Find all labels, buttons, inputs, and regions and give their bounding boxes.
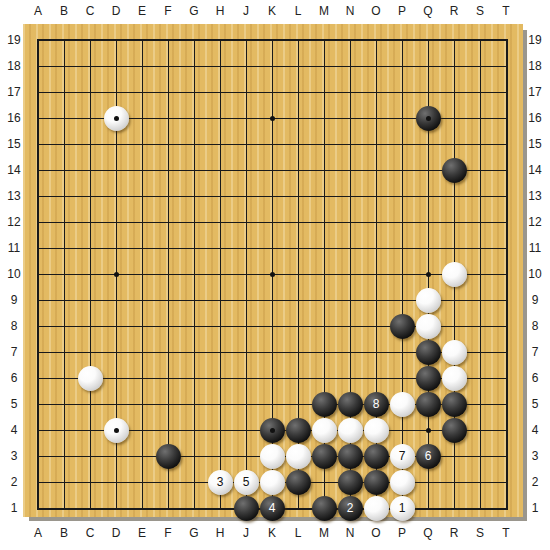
point-T17[interactable] [493, 79, 519, 105]
point-Q16[interactable] [415, 105, 441, 131]
point-N7[interactable] [337, 339, 363, 365]
point-G1[interactable] [181, 495, 207, 521]
point-T14[interactable] [493, 157, 519, 183]
point-Q1[interactable] [415, 495, 441, 521]
point-D19[interactable] [103, 27, 129, 53]
point-F4[interactable] [155, 417, 181, 443]
point-E12[interactable] [129, 209, 155, 235]
point-A15[interactable] [25, 131, 51, 157]
point-B16[interactable] [51, 105, 77, 131]
point-O11[interactable] [363, 235, 389, 261]
point-N10[interactable] [337, 261, 363, 287]
point-A11[interactable] [25, 235, 51, 261]
point-T12[interactable] [493, 209, 519, 235]
point-D7[interactable] [103, 339, 129, 365]
point-G2[interactable] [181, 469, 207, 495]
point-F14[interactable] [155, 157, 181, 183]
point-Q9[interactable] [415, 287, 441, 313]
point-O17[interactable] [363, 79, 389, 105]
point-H16[interactable] [207, 105, 233, 131]
point-G11[interactable] [181, 235, 207, 261]
point-B5[interactable] [51, 391, 77, 417]
point-D18[interactable] [103, 53, 129, 79]
point-M8[interactable] [311, 313, 337, 339]
point-H17[interactable] [207, 79, 233, 105]
point-E4[interactable] [129, 417, 155, 443]
point-R4[interactable] [441, 417, 467, 443]
point-T6[interactable] [493, 365, 519, 391]
point-Q13[interactable] [415, 183, 441, 209]
point-B13[interactable] [51, 183, 77, 209]
point-Q11[interactable] [415, 235, 441, 261]
point-E19[interactable] [129, 27, 155, 53]
point-R10[interactable] [441, 261, 467, 287]
point-P5[interactable] [389, 391, 415, 417]
point-A5[interactable] [25, 391, 51, 417]
point-F6[interactable] [155, 365, 181, 391]
point-H7[interactable] [207, 339, 233, 365]
point-T16[interactable] [493, 105, 519, 131]
point-O3[interactable] [363, 443, 389, 469]
point-B12[interactable] [51, 209, 77, 235]
point-O10[interactable] [363, 261, 389, 287]
point-M15[interactable] [311, 131, 337, 157]
point-B9[interactable] [51, 287, 77, 313]
point-A10[interactable] [25, 261, 51, 287]
point-D1[interactable] [103, 495, 129, 521]
point-J1[interactable] [233, 495, 259, 521]
point-N17[interactable] [337, 79, 363, 105]
point-C6[interactable] [77, 365, 103, 391]
point-L2[interactable] [285, 469, 311, 495]
point-K15[interactable] [259, 131, 285, 157]
point-L3[interactable] [285, 443, 311, 469]
point-K2[interactable] [259, 469, 285, 495]
point-K5[interactable] [259, 391, 285, 417]
point-F16[interactable] [155, 105, 181, 131]
point-L4[interactable] [285, 417, 311, 443]
point-P12[interactable] [389, 209, 415, 235]
point-L16[interactable] [285, 105, 311, 131]
point-F3[interactable] [155, 443, 181, 469]
point-G5[interactable] [181, 391, 207, 417]
point-S17[interactable] [467, 79, 493, 105]
point-R19[interactable] [441, 27, 467, 53]
point-N13[interactable] [337, 183, 363, 209]
point-S5[interactable] [467, 391, 493, 417]
point-F11[interactable] [155, 235, 181, 261]
point-O7[interactable] [363, 339, 389, 365]
point-T15[interactable] [493, 131, 519, 157]
point-J3[interactable] [233, 443, 259, 469]
point-T5[interactable] [493, 391, 519, 417]
point-B4[interactable] [51, 417, 77, 443]
point-P15[interactable] [389, 131, 415, 157]
point-E2[interactable] [129, 469, 155, 495]
point-H1[interactable] [207, 495, 233, 521]
point-R18[interactable] [441, 53, 467, 79]
point-F15[interactable] [155, 131, 181, 157]
point-O18[interactable] [363, 53, 389, 79]
point-F19[interactable] [155, 27, 181, 53]
point-Q12[interactable] [415, 209, 441, 235]
point-M11[interactable] [311, 235, 337, 261]
point-K9[interactable] [259, 287, 285, 313]
point-D11[interactable] [103, 235, 129, 261]
point-H4[interactable] [207, 417, 233, 443]
point-A16[interactable] [25, 105, 51, 131]
point-Q19[interactable] [415, 27, 441, 53]
point-D3[interactable] [103, 443, 129, 469]
point-T11[interactable] [493, 235, 519, 261]
point-D2[interactable] [103, 469, 129, 495]
point-Q17[interactable] [415, 79, 441, 105]
point-T7[interactable] [493, 339, 519, 365]
point-J11[interactable] [233, 235, 259, 261]
point-K7[interactable] [259, 339, 285, 365]
point-J9[interactable] [233, 287, 259, 313]
point-K17[interactable] [259, 79, 285, 105]
point-P19[interactable] [389, 27, 415, 53]
point-P1[interactable]: 1 [389, 495, 415, 521]
point-T3[interactable] [493, 443, 519, 469]
point-H13[interactable] [207, 183, 233, 209]
point-L17[interactable] [285, 79, 311, 105]
point-G16[interactable] [181, 105, 207, 131]
point-L11[interactable] [285, 235, 311, 261]
point-C12[interactable] [77, 209, 103, 235]
point-T9[interactable] [493, 287, 519, 313]
point-A13[interactable] [25, 183, 51, 209]
point-E3[interactable] [129, 443, 155, 469]
point-R11[interactable] [441, 235, 467, 261]
point-J14[interactable] [233, 157, 259, 183]
point-Q7[interactable] [415, 339, 441, 365]
point-O9[interactable] [363, 287, 389, 313]
point-P18[interactable] [389, 53, 415, 79]
point-G7[interactable] [181, 339, 207, 365]
point-B3[interactable] [51, 443, 77, 469]
point-P4[interactable] [389, 417, 415, 443]
point-N9[interactable] [337, 287, 363, 313]
point-F5[interactable] [155, 391, 181, 417]
point-S6[interactable] [467, 365, 493, 391]
point-L1[interactable] [285, 495, 311, 521]
point-O8[interactable] [363, 313, 389, 339]
point-G9[interactable] [181, 287, 207, 313]
point-S14[interactable] [467, 157, 493, 183]
point-A3[interactable] [25, 443, 51, 469]
point-T13[interactable] [493, 183, 519, 209]
point-H18[interactable] [207, 53, 233, 79]
point-G17[interactable] [181, 79, 207, 105]
point-R13[interactable] [441, 183, 467, 209]
point-R3[interactable] [441, 443, 467, 469]
point-N11[interactable] [337, 235, 363, 261]
point-F18[interactable] [155, 53, 181, 79]
point-C14[interactable] [77, 157, 103, 183]
point-T4[interactable] [493, 417, 519, 443]
point-P13[interactable] [389, 183, 415, 209]
point-M17[interactable] [311, 79, 337, 105]
point-J18[interactable] [233, 53, 259, 79]
point-A6[interactable] [25, 365, 51, 391]
point-O16[interactable] [363, 105, 389, 131]
point-K18[interactable] [259, 53, 285, 79]
point-P16[interactable] [389, 105, 415, 131]
point-N6[interactable] [337, 365, 363, 391]
point-C11[interactable] [77, 235, 103, 261]
point-B6[interactable] [51, 365, 77, 391]
point-Q6[interactable] [415, 365, 441, 391]
point-K4[interactable] [259, 417, 285, 443]
point-P14[interactable] [389, 157, 415, 183]
point-B19[interactable] [51, 27, 77, 53]
point-S4[interactable] [467, 417, 493, 443]
point-D5[interactable] [103, 391, 129, 417]
point-A4[interactable] [25, 417, 51, 443]
point-Q5[interactable] [415, 391, 441, 417]
point-A12[interactable] [25, 209, 51, 235]
point-J6[interactable] [233, 365, 259, 391]
point-D16[interactable] [103, 105, 129, 131]
point-Q4[interactable] [415, 417, 441, 443]
point-K11[interactable] [259, 235, 285, 261]
point-G8[interactable] [181, 313, 207, 339]
point-O14[interactable] [363, 157, 389, 183]
point-F12[interactable] [155, 209, 181, 235]
point-G12[interactable] [181, 209, 207, 235]
point-R2[interactable] [441, 469, 467, 495]
point-K12[interactable] [259, 209, 285, 235]
point-H3[interactable] [207, 443, 233, 469]
point-C9[interactable] [77, 287, 103, 313]
point-T2[interactable] [493, 469, 519, 495]
point-C1[interactable] [77, 495, 103, 521]
point-N5[interactable] [337, 391, 363, 417]
point-K10[interactable] [259, 261, 285, 287]
point-M4[interactable] [311, 417, 337, 443]
point-N19[interactable] [337, 27, 363, 53]
point-K8[interactable] [259, 313, 285, 339]
point-P9[interactable] [389, 287, 415, 313]
point-S9[interactable] [467, 287, 493, 313]
point-S18[interactable] [467, 53, 493, 79]
point-M7[interactable] [311, 339, 337, 365]
point-Q3[interactable]: 6 [415, 443, 441, 469]
point-A18[interactable] [25, 53, 51, 79]
point-O5[interactable]: 8 [363, 391, 389, 417]
point-C8[interactable] [77, 313, 103, 339]
point-S2[interactable] [467, 469, 493, 495]
point-Q2[interactable] [415, 469, 441, 495]
point-M5[interactable] [311, 391, 337, 417]
point-N8[interactable] [337, 313, 363, 339]
point-E15[interactable] [129, 131, 155, 157]
point-N2[interactable] [337, 469, 363, 495]
point-J7[interactable] [233, 339, 259, 365]
point-M14[interactable] [311, 157, 337, 183]
point-C17[interactable] [77, 79, 103, 105]
point-E17[interactable] [129, 79, 155, 105]
point-J4[interactable] [233, 417, 259, 443]
point-A19[interactable] [25, 27, 51, 53]
point-O2[interactable] [363, 469, 389, 495]
point-C7[interactable] [77, 339, 103, 365]
point-C18[interactable] [77, 53, 103, 79]
point-M10[interactable] [311, 261, 337, 287]
point-H19[interactable] [207, 27, 233, 53]
point-E13[interactable] [129, 183, 155, 209]
point-L9[interactable] [285, 287, 311, 313]
point-F9[interactable] [155, 287, 181, 313]
point-F13[interactable] [155, 183, 181, 209]
point-R5[interactable] [441, 391, 467, 417]
point-D4[interactable] [103, 417, 129, 443]
point-M12[interactable] [311, 209, 337, 235]
point-J10[interactable] [233, 261, 259, 287]
point-L6[interactable] [285, 365, 311, 391]
point-A1[interactable] [25, 495, 51, 521]
point-E6[interactable] [129, 365, 155, 391]
point-H2[interactable]: 3 [207, 469, 233, 495]
point-G4[interactable] [181, 417, 207, 443]
point-T1[interactable] [493, 495, 519, 521]
point-L10[interactable] [285, 261, 311, 287]
point-S13[interactable] [467, 183, 493, 209]
point-L14[interactable] [285, 157, 311, 183]
point-S10[interactable] [467, 261, 493, 287]
point-D15[interactable] [103, 131, 129, 157]
point-J15[interactable] [233, 131, 259, 157]
point-G3[interactable] [181, 443, 207, 469]
point-L13[interactable] [285, 183, 311, 209]
point-A2[interactable] [25, 469, 51, 495]
point-H14[interactable] [207, 157, 233, 183]
point-R9[interactable] [441, 287, 467, 313]
point-H10[interactable] [207, 261, 233, 287]
point-M2[interactable] [311, 469, 337, 495]
point-Q10[interactable] [415, 261, 441, 287]
point-P2[interactable] [389, 469, 415, 495]
point-R1[interactable] [441, 495, 467, 521]
point-P6[interactable] [389, 365, 415, 391]
point-B17[interactable] [51, 79, 77, 105]
point-H9[interactable] [207, 287, 233, 313]
point-J5[interactable] [233, 391, 259, 417]
point-D10[interactable] [103, 261, 129, 287]
point-S3[interactable] [467, 443, 493, 469]
point-G15[interactable] [181, 131, 207, 157]
point-S8[interactable] [467, 313, 493, 339]
point-K13[interactable] [259, 183, 285, 209]
point-G13[interactable] [181, 183, 207, 209]
point-N12[interactable] [337, 209, 363, 235]
point-N16[interactable] [337, 105, 363, 131]
point-J12[interactable] [233, 209, 259, 235]
point-D6[interactable] [103, 365, 129, 391]
point-N1[interactable]: 2 [337, 495, 363, 521]
point-J17[interactable] [233, 79, 259, 105]
goban[interactable]: 87635421 [23, 24, 523, 517]
point-A8[interactable] [25, 313, 51, 339]
point-Q14[interactable] [415, 157, 441, 183]
point-L15[interactable] [285, 131, 311, 157]
point-C13[interactable] [77, 183, 103, 209]
point-A17[interactable] [25, 79, 51, 105]
point-S15[interactable] [467, 131, 493, 157]
point-B10[interactable] [51, 261, 77, 287]
point-C5[interactable] [77, 391, 103, 417]
point-Q8[interactable] [415, 313, 441, 339]
point-E14[interactable] [129, 157, 155, 183]
point-H15[interactable] [207, 131, 233, 157]
point-R7[interactable] [441, 339, 467, 365]
point-S1[interactable] [467, 495, 493, 521]
point-O13[interactable] [363, 183, 389, 209]
point-D13[interactable] [103, 183, 129, 209]
point-J16[interactable] [233, 105, 259, 131]
point-O15[interactable] [363, 131, 389, 157]
point-E8[interactable] [129, 313, 155, 339]
point-G18[interactable] [181, 53, 207, 79]
point-K14[interactable] [259, 157, 285, 183]
point-Q15[interactable] [415, 131, 441, 157]
point-E1[interactable] [129, 495, 155, 521]
point-N15[interactable] [337, 131, 363, 157]
point-E16[interactable] [129, 105, 155, 131]
point-M9[interactable] [311, 287, 337, 313]
point-E9[interactable] [129, 287, 155, 313]
point-M19[interactable] [311, 27, 337, 53]
point-R14[interactable] [441, 157, 467, 183]
point-R8[interactable] [441, 313, 467, 339]
point-K19[interactable] [259, 27, 285, 53]
point-O1[interactable] [363, 495, 389, 521]
point-B11[interactable] [51, 235, 77, 261]
point-P11[interactable] [389, 235, 415, 261]
point-H11[interactable] [207, 235, 233, 261]
point-A9[interactable] [25, 287, 51, 313]
point-N14[interactable] [337, 157, 363, 183]
point-N18[interactable] [337, 53, 363, 79]
point-J2[interactable]: 5 [233, 469, 259, 495]
point-M6[interactable] [311, 365, 337, 391]
point-C16[interactable] [77, 105, 103, 131]
point-E10[interactable] [129, 261, 155, 287]
point-P8[interactable] [389, 313, 415, 339]
point-F2[interactable] [155, 469, 181, 495]
point-R17[interactable] [441, 79, 467, 105]
point-T10[interactable] [493, 261, 519, 287]
point-N4[interactable] [337, 417, 363, 443]
point-H12[interactable] [207, 209, 233, 235]
point-R16[interactable] [441, 105, 467, 131]
point-G6[interactable] [181, 365, 207, 391]
point-L12[interactable] [285, 209, 311, 235]
point-J19[interactable] [233, 27, 259, 53]
point-G19[interactable] [181, 27, 207, 53]
point-R6[interactable] [441, 365, 467, 391]
point-P7[interactable] [389, 339, 415, 365]
point-T8[interactable] [493, 313, 519, 339]
point-K16[interactable] [259, 105, 285, 131]
point-S7[interactable] [467, 339, 493, 365]
point-D8[interactable] [103, 313, 129, 339]
point-A14[interactable] [25, 157, 51, 183]
point-J13[interactable] [233, 183, 259, 209]
point-S16[interactable] [467, 105, 493, 131]
